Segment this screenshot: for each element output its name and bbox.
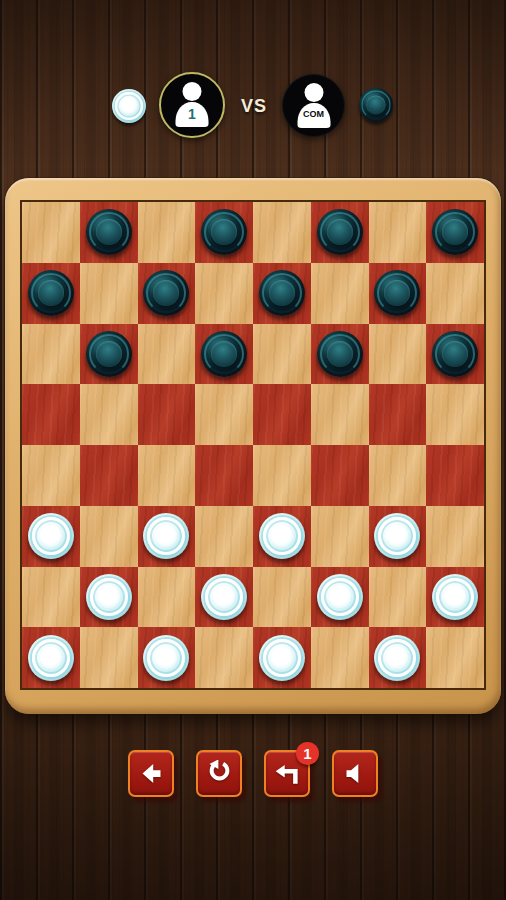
square-a8[interactable]	[22, 202, 80, 263]
white-piece[interactable]	[374, 635, 420, 681]
dark-piece[interactable]	[86, 209, 132, 255]
square-f2[interactable]	[311, 567, 369, 628]
square-f1[interactable]	[311, 627, 369, 688]
white-piece-icon	[112, 89, 146, 123]
square-d7[interactable]	[195, 263, 253, 324]
square-a2[interactable]	[22, 567, 80, 628]
square-d2[interactable]	[195, 567, 253, 628]
white-piece[interactable]	[86, 574, 132, 620]
board-frame	[5, 178, 501, 714]
square-h2[interactable]	[426, 567, 484, 628]
square-h1[interactable]	[426, 627, 484, 688]
square-d4[interactable]	[195, 445, 253, 506]
square-c6[interactable]	[138, 324, 196, 385]
back-button[interactable]	[128, 750, 174, 797]
white-piece[interactable]	[201, 574, 247, 620]
square-d6[interactable]	[195, 324, 253, 385]
white-piece[interactable]	[374, 513, 420, 559]
white-piece[interactable]	[28, 635, 74, 681]
white-piece[interactable]	[28, 513, 74, 559]
square-h4[interactable]	[426, 445, 484, 506]
square-c5[interactable]	[138, 384, 196, 445]
square-g7[interactable]	[369, 263, 427, 324]
white-piece[interactable]	[432, 574, 478, 620]
square-g3[interactable]	[369, 506, 427, 567]
square-b4[interactable]	[80, 445, 138, 506]
square-g5[interactable]	[369, 384, 427, 445]
sound-button[interactable]	[332, 750, 378, 797]
undo-arrow-icon	[274, 760, 301, 787]
square-b8[interactable]	[80, 202, 138, 263]
white-piece[interactable]	[143, 635, 189, 681]
square-e3[interactable]	[253, 506, 311, 567]
square-f6[interactable]	[311, 324, 369, 385]
arrow-left-icon	[138, 760, 165, 787]
restart-button[interactable]	[196, 750, 242, 797]
square-b6[interactable]	[80, 324, 138, 385]
dark-piece[interactable]	[201, 331, 247, 377]
square-h5[interactable]	[426, 384, 484, 445]
square-b7[interactable]	[80, 263, 138, 324]
square-e4[interactable]	[253, 445, 311, 506]
square-a6[interactable]	[22, 324, 80, 385]
dark-piece[interactable]	[432, 209, 478, 255]
dark-piece[interactable]	[86, 331, 132, 377]
square-h3[interactable]	[426, 506, 484, 567]
square-f4[interactable]	[311, 445, 369, 506]
dark-piece[interactable]	[28, 270, 74, 316]
square-b2[interactable]	[80, 567, 138, 628]
square-d8[interactable]	[195, 202, 253, 263]
checkers-app: 1 VS COM	[0, 0, 506, 900]
square-c4[interactable]	[138, 445, 196, 506]
board-grid[interactable]	[22, 202, 484, 688]
square-a5[interactable]	[22, 384, 80, 445]
square-e2[interactable]	[253, 567, 311, 628]
square-a4[interactable]	[22, 445, 80, 506]
dark-piece[interactable]	[317, 209, 363, 255]
square-e1[interactable]	[253, 627, 311, 688]
square-g2[interactable]	[369, 567, 427, 628]
restart-circular-arrow-icon	[206, 760, 233, 787]
white-piece[interactable]	[317, 574, 363, 620]
dark-piece[interactable]	[317, 331, 363, 377]
square-b1[interactable]	[80, 627, 138, 688]
square-e6[interactable]	[253, 324, 311, 385]
square-a3[interactable]	[22, 506, 80, 567]
square-g8[interactable]	[369, 202, 427, 263]
square-g4[interactable]	[369, 445, 427, 506]
board-inner-border	[20, 200, 486, 690]
dark-piece[interactable]	[432, 331, 478, 377]
dark-piece-icon	[359, 88, 393, 122]
player-avatar[interactable]: 1	[159, 72, 225, 138]
square-d5[interactable]	[195, 384, 253, 445]
dark-piece[interactable]	[374, 270, 420, 316]
square-c2[interactable]	[138, 567, 196, 628]
square-f3[interactable]	[311, 506, 369, 567]
square-a1[interactable]	[22, 627, 80, 688]
computer-avatar[interactable]: COM	[282, 74, 345, 137]
dark-piece[interactable]	[143, 270, 189, 316]
square-g1[interactable]	[369, 627, 427, 688]
square-b3[interactable]	[80, 506, 138, 567]
square-h6[interactable]	[426, 324, 484, 385]
square-c1[interactable]	[138, 627, 196, 688]
computer-label: COM	[283, 109, 344, 119]
square-g6[interactable]	[369, 324, 427, 385]
white-piece[interactable]	[259, 513, 305, 559]
dark-piece[interactable]	[201, 209, 247, 255]
square-a7[interactable]	[22, 263, 80, 324]
square-h8[interactable]	[426, 202, 484, 263]
speaker-icon	[342, 760, 369, 787]
square-b5[interactable]	[80, 384, 138, 445]
undo-count-badge: 1	[296, 742, 319, 765]
square-c7[interactable]	[138, 263, 196, 324]
undo-button[interactable]: 1	[264, 750, 310, 797]
square-f8[interactable]	[311, 202, 369, 263]
person-icon	[183, 82, 202, 101]
dark-piece[interactable]	[259, 270, 305, 316]
square-e7[interactable]	[253, 263, 311, 324]
square-c8[interactable]	[138, 202, 196, 263]
square-c3[interactable]	[138, 506, 196, 567]
person-icon	[304, 83, 323, 102]
player-number: 1	[161, 106, 223, 122]
toolbar: 1	[128, 750, 378, 797]
white-piece[interactable]	[143, 513, 189, 559]
white-piece[interactable]	[259, 635, 305, 681]
square-e5[interactable]	[253, 384, 311, 445]
square-f7[interactable]	[311, 263, 369, 324]
square-h7[interactable]	[426, 263, 484, 324]
square-d3[interactable]	[195, 506, 253, 567]
square-d1[interactable]	[195, 627, 253, 688]
vs-label: VS	[234, 96, 274, 117]
square-e8[interactable]	[253, 202, 311, 263]
square-f5[interactable]	[311, 384, 369, 445]
